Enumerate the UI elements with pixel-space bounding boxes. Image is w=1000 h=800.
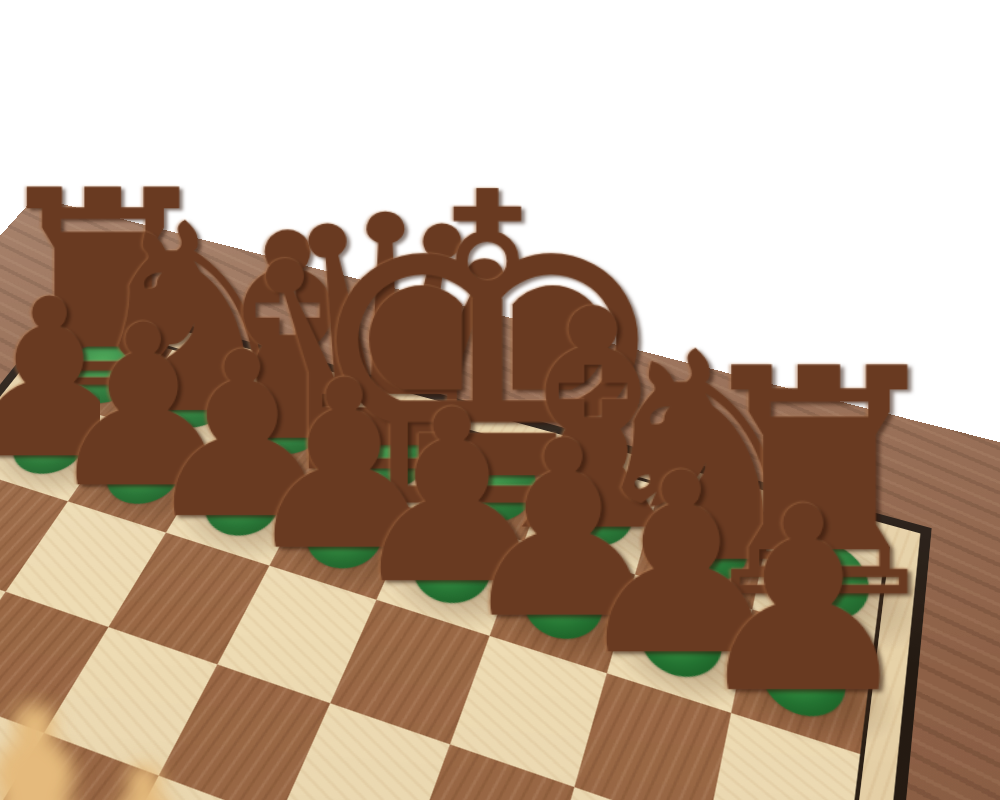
chess-set-photo: ♜♞♝♛♚♝♞♜♟♟♟♟♟♟♟♟: [0, 0, 1000, 800]
pieces-layer: ♜♞♝♛♚♝♞♜♟♟♟♟♟♟♟♟: [0, 197, 1000, 800]
chess-board: ♜♞♝♛♚♝♞♜♟♟♟♟♟♟♟♟: [0, 197, 1000, 800]
